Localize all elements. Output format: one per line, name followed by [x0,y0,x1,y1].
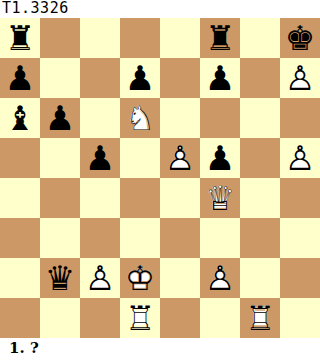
move-prompt-bar: 1. ? [0,338,320,360]
white-piece-outline: ♖ [240,298,280,338]
square-a6[interactable]: ♝ [0,98,40,138]
square-a5[interactable] [0,138,40,178]
white-rook[interactable]: ♜♖ [120,298,160,338]
square-c6[interactable] [80,98,120,138]
white-piece-outline: ♙ [160,138,200,178]
square-f5[interactable]: ♟ [200,138,240,178]
square-c2[interactable]: ♟♙ [80,258,120,298]
square-a1[interactable] [0,298,40,338]
square-e8[interactable] [160,18,200,58]
white-queen[interactable]: ♛♕ [200,178,240,218]
square-e3[interactable] [160,218,200,258]
square-f1[interactable] [200,298,240,338]
square-b3[interactable] [40,218,80,258]
square-g3[interactable] [240,218,280,258]
square-e7[interactable] [160,58,200,98]
black-pawn[interactable]: ♟ [40,98,80,138]
white-piece-outline: ♙ [80,258,120,298]
square-h3[interactable] [280,218,320,258]
square-a4[interactable] [0,178,40,218]
white-piece-outline: ♙ [280,138,320,178]
square-e2[interactable] [160,258,200,298]
square-g4[interactable] [240,178,280,218]
square-a3[interactable] [0,218,40,258]
black-pawn[interactable]: ♟ [0,58,40,98]
square-f4[interactable]: ♛♕ [200,178,240,218]
puzzle-header: T1.3326 [0,0,320,18]
square-g5[interactable] [240,138,280,178]
square-c3[interactable] [80,218,120,258]
square-g8[interactable] [240,18,280,58]
square-b5[interactable] [40,138,80,178]
square-f8[interactable]: ♜ [200,18,240,58]
square-d3[interactable] [120,218,160,258]
white-pawn[interactable]: ♟♙ [280,138,320,178]
white-piece-outline: ♙ [200,258,240,298]
square-b7[interactable] [40,58,80,98]
white-piece-outline: ♘ [120,98,160,138]
square-g1[interactable]: ♜♖ [240,298,280,338]
black-rook[interactable]: ♜ [200,18,240,58]
square-c5[interactable]: ♟ [80,138,120,178]
black-pawn[interactable]: ♟ [200,138,240,178]
square-c4[interactable] [80,178,120,218]
square-d5[interactable] [120,138,160,178]
square-h8[interactable]: ♚ [280,18,320,58]
square-f6[interactable] [200,98,240,138]
square-g7[interactable] [240,58,280,98]
square-e5[interactable]: ♟♙ [160,138,200,178]
square-c1[interactable] [80,298,120,338]
square-a7[interactable]: ♟ [0,58,40,98]
square-d6[interactable]: ♞♘ [120,98,160,138]
square-b4[interactable] [40,178,80,218]
square-d4[interactable] [120,178,160,218]
puzzle-id: T1.3326 [2,0,69,17]
move-prompt: 1. ? [9,339,39,357]
white-piece-outline: ♔ [120,258,160,298]
white-pawn[interactable]: ♟♙ [280,58,320,98]
square-d7[interactable]: ♟ [120,58,160,98]
square-d2[interactable]: ♚♔ [120,258,160,298]
square-f2[interactable]: ♟♙ [200,258,240,298]
chess-puzzle-window: T1.3326 ♜♜♚♟♟♟♟♙♝♟♞♘♟♟♙♟♟♙♛♕♛♟♙♚♔♟♙♜♖♜♖ … [0,0,320,360]
black-pawn[interactable]: ♟ [200,58,240,98]
black-bishop[interactable]: ♝ [0,98,40,138]
square-d8[interactable] [120,18,160,58]
square-h4[interactable] [280,178,320,218]
square-c8[interactable] [80,18,120,58]
square-e4[interactable] [160,178,200,218]
black-pawn[interactable]: ♟ [80,138,120,178]
square-b1[interactable] [40,298,80,338]
square-h6[interactable] [280,98,320,138]
square-d1[interactable]: ♜♖ [120,298,160,338]
square-b6[interactable]: ♟ [40,98,80,138]
square-f7[interactable]: ♟ [200,58,240,98]
black-queen[interactable]: ♛ [40,258,80,298]
white-piece-outline: ♖ [120,298,160,338]
white-piece-outline: ♙ [280,58,320,98]
square-h5[interactable]: ♟♙ [280,138,320,178]
square-e1[interactable] [160,298,200,338]
chess-board: ♜♜♚♟♟♟♟♙♝♟♞♘♟♟♙♟♟♙♛♕♛♟♙♚♔♟♙♜♖♜♖ [0,18,320,338]
black-king[interactable]: ♚ [280,18,320,58]
white-king[interactable]: ♚♔ [120,258,160,298]
white-pawn[interactable]: ♟♙ [200,258,240,298]
square-a2[interactable] [0,258,40,298]
white-piece-outline: ♕ [200,178,240,218]
black-rook[interactable]: ♜ [0,18,40,58]
white-pawn[interactable]: ♟♙ [160,138,200,178]
white-rook[interactable]: ♜♖ [240,298,280,338]
white-knight[interactable]: ♞♘ [120,98,160,138]
square-a8[interactable]: ♜ [0,18,40,58]
square-g6[interactable] [240,98,280,138]
square-g2[interactable] [240,258,280,298]
square-h1[interactable] [280,298,320,338]
square-h7[interactable]: ♟♙ [280,58,320,98]
square-c7[interactable] [80,58,120,98]
square-h2[interactable] [280,258,320,298]
square-e6[interactable] [160,98,200,138]
square-f3[interactable] [200,218,240,258]
square-b2[interactable]: ♛ [40,258,80,298]
white-pawn[interactable]: ♟♙ [80,258,120,298]
black-pawn[interactable]: ♟ [120,58,160,98]
square-b8[interactable] [40,18,80,58]
